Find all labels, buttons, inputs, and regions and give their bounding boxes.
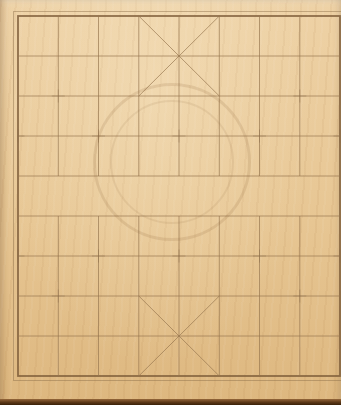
board-bottom-edge [0,399,341,405]
dragon-emblem [93,83,251,241]
xiangqi-board [0,0,341,405]
